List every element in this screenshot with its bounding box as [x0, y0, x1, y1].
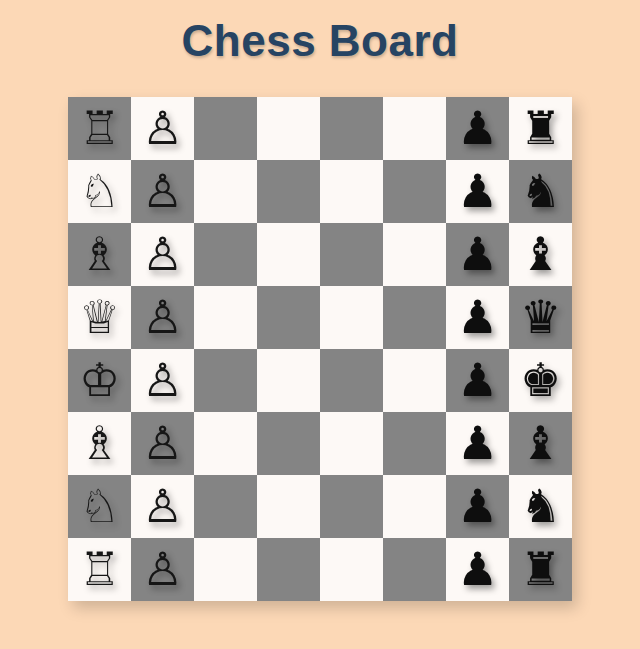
- square-h6[interactable]: ♝: [509, 223, 572, 286]
- piece-white-king[interactable]: ♔: [79, 349, 120, 412]
- page: Chess Board ♖♙♟♜♘♙♟♞♗♙♟♝♕♙♟♛♔♙♟♚♗♙♟♝♘♙♟♞…: [0, 0, 640, 601]
- square-a2[interactable]: ♘: [68, 475, 131, 538]
- piece-white-bishop[interactable]: ♗: [79, 412, 120, 475]
- square-h3[interactable]: ♝: [509, 412, 572, 475]
- piece-white-pawn[interactable]: ♙: [142, 349, 183, 412]
- square-e1[interactable]: [320, 538, 383, 601]
- square-d4[interactable]: [257, 349, 320, 412]
- square-h1[interactable]: ♜: [509, 538, 572, 601]
- square-e8[interactable]: [320, 97, 383, 160]
- piece-white-knight[interactable]: ♘: [79, 475, 120, 538]
- square-d6[interactable]: [257, 223, 320, 286]
- square-f2[interactable]: [383, 475, 446, 538]
- square-g3[interactable]: ♟: [446, 412, 509, 475]
- square-d2[interactable]: [257, 475, 320, 538]
- square-a4[interactable]: ♔: [68, 349, 131, 412]
- page-title: Chess Board: [0, 0, 640, 66]
- square-h8[interactable]: ♜: [509, 97, 572, 160]
- square-a1[interactable]: ♖: [68, 538, 131, 601]
- square-c3[interactable]: [194, 412, 257, 475]
- square-b2[interactable]: ♙: [131, 475, 194, 538]
- piece-white-queen[interactable]: ♕: [79, 286, 120, 349]
- square-d1[interactable]: [257, 538, 320, 601]
- piece-black-pawn[interactable]: ♟: [457, 412, 498, 475]
- square-a5[interactable]: ♕: [68, 286, 131, 349]
- square-e2[interactable]: [320, 475, 383, 538]
- piece-black-knight[interactable]: ♞: [520, 475, 561, 538]
- square-e6[interactable]: [320, 223, 383, 286]
- piece-black-rook[interactable]: ♜: [520, 538, 561, 601]
- piece-black-pawn[interactable]: ♟: [457, 286, 498, 349]
- square-b5[interactable]: ♙: [131, 286, 194, 349]
- piece-white-pawn[interactable]: ♙: [142, 538, 183, 601]
- square-e4[interactable]: [320, 349, 383, 412]
- square-d3[interactable]: [257, 412, 320, 475]
- chess-board: ♖♙♟♜♘♙♟♞♗♙♟♝♕♙♟♛♔♙♟♚♗♙♟♝♘♙♟♞♖♙♟♜: [68, 97, 572, 601]
- square-g2[interactable]: ♟: [446, 475, 509, 538]
- piece-black-knight[interactable]: ♞: [520, 160, 561, 223]
- square-c5[interactable]: [194, 286, 257, 349]
- piece-white-knight[interactable]: ♘: [79, 160, 120, 223]
- square-c4[interactable]: [194, 349, 257, 412]
- square-f4[interactable]: [383, 349, 446, 412]
- square-g8[interactable]: ♟: [446, 97, 509, 160]
- piece-white-pawn[interactable]: ♙: [142, 97, 183, 160]
- square-d8[interactable]: [257, 97, 320, 160]
- square-c8[interactable]: [194, 97, 257, 160]
- square-d5[interactable]: [257, 286, 320, 349]
- square-g4[interactable]: ♟: [446, 349, 509, 412]
- square-f5[interactable]: [383, 286, 446, 349]
- square-g7[interactable]: ♟: [446, 160, 509, 223]
- square-a6[interactable]: ♗: [68, 223, 131, 286]
- piece-black-pawn[interactable]: ♟: [457, 97, 498, 160]
- square-f7[interactable]: [383, 160, 446, 223]
- piece-white-pawn[interactable]: ♙: [142, 475, 183, 538]
- piece-white-rook[interactable]: ♖: [79, 538, 120, 601]
- square-h2[interactable]: ♞: [509, 475, 572, 538]
- piece-black-bishop[interactable]: ♝: [520, 412, 561, 475]
- piece-black-bishop[interactable]: ♝: [520, 223, 561, 286]
- square-f6[interactable]: [383, 223, 446, 286]
- square-c6[interactable]: [194, 223, 257, 286]
- square-d7[interactable]: [257, 160, 320, 223]
- square-c1[interactable]: [194, 538, 257, 601]
- piece-black-pawn[interactable]: ♟: [457, 349, 498, 412]
- piece-white-bishop[interactable]: ♗: [79, 223, 120, 286]
- piece-white-pawn[interactable]: ♙: [142, 223, 183, 286]
- square-h4[interactable]: ♚: [509, 349, 572, 412]
- piece-white-pawn[interactable]: ♙: [142, 160, 183, 223]
- square-f8[interactable]: [383, 97, 446, 160]
- piece-white-rook[interactable]: ♖: [79, 97, 120, 160]
- square-g5[interactable]: ♟: [446, 286, 509, 349]
- piece-black-rook[interactable]: ♜: [520, 97, 561, 160]
- square-b3[interactable]: ♙: [131, 412, 194, 475]
- square-c2[interactable]: [194, 475, 257, 538]
- piece-white-pawn[interactable]: ♙: [142, 286, 183, 349]
- square-a3[interactable]: ♗: [68, 412, 131, 475]
- square-g6[interactable]: ♟: [446, 223, 509, 286]
- square-g1[interactable]: ♟: [446, 538, 509, 601]
- piece-white-pawn[interactable]: ♙: [142, 412, 183, 475]
- square-e5[interactable]: [320, 286, 383, 349]
- piece-black-pawn[interactable]: ♟: [457, 160, 498, 223]
- square-e7[interactable]: [320, 160, 383, 223]
- piece-black-pawn[interactable]: ♟: [457, 223, 498, 286]
- square-a8[interactable]: ♖: [68, 97, 131, 160]
- piece-black-pawn[interactable]: ♟: [457, 538, 498, 601]
- square-h5[interactable]: ♛: [509, 286, 572, 349]
- square-b6[interactable]: ♙: [131, 223, 194, 286]
- square-a7[interactable]: ♘: [68, 160, 131, 223]
- piece-black-king[interactable]: ♚: [520, 349, 561, 412]
- piece-black-pawn[interactable]: ♟: [457, 475, 498, 538]
- square-b8[interactable]: ♙: [131, 97, 194, 160]
- square-h7[interactable]: ♞: [509, 160, 572, 223]
- square-b7[interactable]: ♙: [131, 160, 194, 223]
- piece-black-queen[interactable]: ♛: [520, 286, 561, 349]
- square-c7[interactable]: [194, 160, 257, 223]
- square-f3[interactable]: [383, 412, 446, 475]
- square-b4[interactable]: ♙: [131, 349, 194, 412]
- square-b1[interactable]: ♙: [131, 538, 194, 601]
- square-e3[interactable]: [320, 412, 383, 475]
- square-f1[interactable]: [383, 538, 446, 601]
